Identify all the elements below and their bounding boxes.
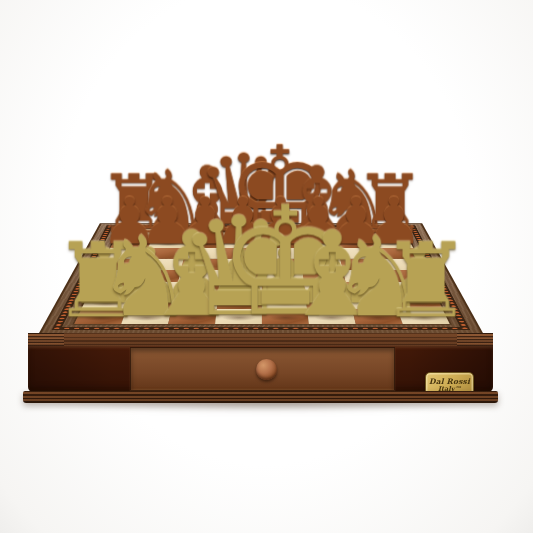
square-b3 bbox=[132, 282, 179, 295]
square-e3 bbox=[262, 282, 305, 295]
square-g8: ♞ bbox=[333, 229, 372, 238]
square-d7: ♟ bbox=[224, 238, 262, 248]
square-d8: ♛ bbox=[225, 229, 262, 238]
case-base-molding bbox=[23, 391, 498, 403]
square-e2: ♟ bbox=[262, 295, 307, 309]
square-f7: ♟ bbox=[298, 238, 337, 248]
square-c4 bbox=[178, 270, 221, 282]
square-d3 bbox=[218, 282, 261, 295]
square-d1: ♛ bbox=[215, 309, 262, 324]
square-g4 bbox=[343, 270, 388, 282]
square-b2: ♟ bbox=[127, 295, 175, 309]
square-f5 bbox=[301, 259, 343, 270]
square-b1: ♞ bbox=[121, 309, 171, 324]
square-f2: ♟ bbox=[305, 295, 352, 309]
square-c8: ♝ bbox=[188, 229, 226, 238]
square-a2: ♟ bbox=[82, 295, 132, 309]
square-h6 bbox=[375, 248, 418, 259]
square-b8: ♞ bbox=[152, 229, 191, 238]
square-h7: ♟ bbox=[372, 238, 413, 248]
black-pawn: ♟ bbox=[365, 189, 423, 254]
square-h3 bbox=[388, 282, 436, 295]
drawer bbox=[130, 347, 395, 391]
square-d5 bbox=[221, 259, 261, 270]
square-a5 bbox=[100, 259, 144, 270]
case-top-molding bbox=[28, 333, 493, 346]
square-b6 bbox=[145, 248, 187, 259]
square-g1: ♞ bbox=[352, 309, 403, 324]
square-c5 bbox=[181, 259, 223, 270]
square-g2: ♟ bbox=[349, 295, 397, 309]
square-b7: ♟ bbox=[148, 238, 188, 248]
square-h5 bbox=[379, 259, 424, 270]
square-h2: ♟ bbox=[392, 295, 442, 309]
square-b4 bbox=[136, 270, 181, 282]
board-tilt: ♜♞♝♛♚♝♞♜♟♟♟♟♟♟♟♟♟♟♟♟♟♟♟♟♜♞♝♛♚♝♞♜ bbox=[41, 224, 481, 333]
square-f4 bbox=[302, 270, 345, 282]
case: Dal Rossi Italy™ bbox=[28, 333, 493, 403]
square-c7: ♟ bbox=[186, 238, 225, 248]
square-a3 bbox=[88, 282, 136, 295]
square-d6 bbox=[223, 248, 262, 259]
board-frame: ♜♞♝♛♚♝♞♜♟♟♟♟♟♟♟♟♟♟♟♟♟♟♟♟♜♞♝♛♚♝♞♜ bbox=[41, 224, 481, 333]
square-e7: ♟ bbox=[262, 238, 300, 248]
square-f3 bbox=[304, 282, 349, 295]
square-a4 bbox=[94, 270, 140, 282]
square-h1: ♜ bbox=[397, 309, 449, 324]
square-f1: ♝ bbox=[307, 309, 356, 324]
square-g5 bbox=[340, 259, 383, 270]
square-f8: ♝ bbox=[297, 229, 335, 238]
square-c2: ♟ bbox=[172, 295, 219, 309]
square-a6 bbox=[105, 248, 148, 259]
square-a8: ♜ bbox=[115, 229, 155, 238]
drawer-knob bbox=[256, 359, 277, 380]
square-e5 bbox=[262, 259, 302, 270]
square-g6 bbox=[337, 248, 379, 259]
square-d4 bbox=[220, 270, 262, 282]
square-c3 bbox=[175, 282, 220, 295]
square-h4 bbox=[383, 270, 429, 282]
square-e6 bbox=[262, 248, 301, 259]
square-f6 bbox=[300, 248, 340, 259]
square-e4 bbox=[262, 270, 304, 282]
square-c1: ♝ bbox=[168, 309, 217, 324]
square-e1: ♚ bbox=[262, 309, 309, 324]
square-d2: ♟ bbox=[217, 295, 262, 309]
square-a1: ♜ bbox=[74, 309, 126, 324]
square-c6 bbox=[184, 248, 224, 259]
chess-set-photo: ♜♞♝♛♚♝♞♜♟♟♟♟♟♟♟♟♟♟♟♟♟♟♟♟♜♞♝♛♚♝♞♜ Dal Ros… bbox=[0, 0, 533, 533]
square-h8: ♜ bbox=[368, 229, 408, 238]
square-g3 bbox=[346, 282, 393, 295]
square-b5 bbox=[141, 259, 184, 270]
chess-board: ♜♞♝♛♚♝♞♜♟♟♟♟♟♟♟♟♟♟♟♟♟♟♟♟♜♞♝♛♚♝♞♜ bbox=[74, 229, 449, 324]
square-g7: ♟ bbox=[335, 238, 375, 248]
square-a7: ♟ bbox=[110, 238, 151, 248]
case-front: Dal Rossi Italy™ bbox=[28, 346, 493, 392]
square-e8: ♚ bbox=[262, 229, 299, 238]
